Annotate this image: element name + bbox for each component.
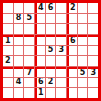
given-cell-r7c8: 5 bbox=[78, 67, 88, 77]
empty-cell-r5c9[interactable] bbox=[88, 46, 98, 56]
empty-cell-r6c4[interactable] bbox=[35, 56, 45, 66]
empty-cell-r4c2[interactable] bbox=[14, 35, 24, 45]
empty-cell-r5c3[interactable] bbox=[24, 46, 34, 56]
empty-cell-r7c5[interactable] bbox=[46, 67, 56, 77]
empty-cell-r6c9[interactable] bbox=[88, 56, 98, 66]
empty-cell-r2c1[interactable] bbox=[3, 14, 13, 24]
empty-cell-r4c4[interactable] bbox=[35, 35, 45, 45]
empty-cell-r8c1[interactable] bbox=[3, 78, 13, 88]
empty-cell-r7c4[interactable] bbox=[35, 67, 45, 77]
given-cell-r5c6: 3 bbox=[56, 46, 66, 56]
empty-cell-r9c3[interactable] bbox=[24, 88, 34, 98]
given-cell-r2c2: 8 bbox=[14, 14, 24, 24]
empty-cell-r3c1[interactable] bbox=[3, 24, 13, 34]
empty-cell-r7c1[interactable] bbox=[3, 67, 13, 77]
empty-cell-r4c3[interactable] bbox=[24, 35, 34, 45]
empty-cell-r1c9[interactable] bbox=[88, 3, 98, 13]
empty-cell-r3c3[interactable] bbox=[24, 24, 34, 34]
given-cell-r1c7: 2 bbox=[67, 3, 77, 13]
given-cell-r5c5: 5 bbox=[46, 46, 56, 56]
empty-cell-r6c7[interactable] bbox=[67, 56, 77, 66]
given-cell-r4c7: 6 bbox=[67, 35, 77, 45]
empty-cell-r1c2[interactable] bbox=[14, 3, 24, 13]
sudoku-board: 46285165327534621 bbox=[0, 0, 101, 101]
empty-cell-r5c8[interactable] bbox=[78, 46, 88, 56]
empty-cell-r6c8[interactable] bbox=[78, 56, 88, 66]
empty-cell-r1c6[interactable] bbox=[56, 3, 66, 13]
empty-cell-r3c2[interactable] bbox=[14, 24, 24, 34]
given-cell-r7c3: 7 bbox=[24, 67, 34, 77]
empty-cell-r3c6[interactable] bbox=[56, 24, 66, 34]
empty-cell-r5c7[interactable] bbox=[67, 46, 77, 56]
empty-cell-r6c6[interactable] bbox=[56, 56, 66, 66]
given-cell-r9c4: 1 bbox=[35, 88, 45, 98]
empty-cell-r5c1[interactable] bbox=[3, 46, 13, 56]
empty-cell-r8c9[interactable] bbox=[88, 78, 98, 88]
empty-cell-r6c3[interactable] bbox=[24, 56, 34, 66]
empty-cell-r9c2[interactable] bbox=[14, 88, 24, 98]
empty-cell-r4c6[interactable] bbox=[56, 35, 66, 45]
given-cell-r8c4: 6 bbox=[35, 78, 45, 88]
empty-cell-r3c5[interactable] bbox=[46, 24, 56, 34]
empty-cell-r3c4[interactable] bbox=[35, 24, 45, 34]
empty-cell-r9c7[interactable] bbox=[67, 88, 77, 98]
given-cell-r4c1: 1 bbox=[3, 35, 13, 45]
empty-cell-r9c5[interactable] bbox=[46, 88, 56, 98]
given-cell-r8c5: 2 bbox=[46, 78, 56, 88]
empty-cell-r5c2[interactable] bbox=[14, 46, 24, 56]
empty-cell-r5c4[interactable] bbox=[35, 46, 45, 56]
empty-cell-r7c6[interactable] bbox=[56, 67, 66, 77]
empty-cell-r9c9[interactable] bbox=[88, 88, 98, 98]
empty-cell-r6c5[interactable] bbox=[46, 56, 56, 66]
empty-cell-r2c5[interactable] bbox=[46, 14, 56, 24]
empty-cell-r4c5[interactable] bbox=[46, 35, 56, 45]
empty-cell-r1c1[interactable] bbox=[3, 3, 13, 13]
empty-cell-r3c8[interactable] bbox=[78, 24, 88, 34]
empty-cell-r9c6[interactable] bbox=[56, 88, 66, 98]
empty-cell-r3c7[interactable] bbox=[67, 24, 77, 34]
empty-cell-r2c6[interactable] bbox=[56, 14, 66, 24]
empty-cell-r4c9[interactable] bbox=[88, 35, 98, 45]
given-cell-r2c3: 5 bbox=[24, 14, 34, 24]
empty-cell-r2c8[interactable] bbox=[78, 14, 88, 24]
empty-cell-r1c3[interactable] bbox=[24, 3, 34, 13]
given-cell-r1c5: 6 bbox=[46, 3, 56, 13]
empty-cell-r7c7[interactable] bbox=[67, 67, 77, 77]
empty-cell-r7c2[interactable] bbox=[14, 67, 24, 77]
given-cell-r1c4: 4 bbox=[35, 3, 45, 13]
empty-cell-r2c7[interactable] bbox=[67, 14, 77, 24]
given-cell-r6c1: 2 bbox=[3, 56, 13, 66]
empty-cell-r6c2[interactable] bbox=[14, 56, 24, 66]
empty-cell-r8c8[interactable] bbox=[78, 78, 88, 88]
empty-cell-r8c7[interactable] bbox=[67, 78, 77, 88]
empty-cell-r2c4[interactable] bbox=[35, 14, 45, 24]
empty-cell-r2c9[interactable] bbox=[88, 14, 98, 24]
empty-cell-r1c8[interactable] bbox=[78, 3, 88, 13]
empty-cell-r3c9[interactable] bbox=[88, 24, 98, 34]
empty-cell-r9c1[interactable] bbox=[3, 88, 13, 98]
empty-cell-r9c8[interactable] bbox=[78, 88, 88, 98]
empty-cell-r8c6[interactable] bbox=[56, 78, 66, 88]
given-cell-r7c9: 3 bbox=[88, 67, 98, 77]
empty-cell-r4c8[interactable] bbox=[78, 35, 88, 45]
given-cell-r8c2: 4 bbox=[14, 78, 24, 88]
empty-cell-r8c3[interactable] bbox=[24, 78, 34, 88]
